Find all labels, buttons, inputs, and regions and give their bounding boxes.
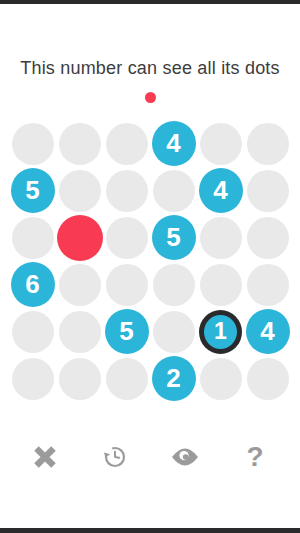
cell-r4c4[interactable]: [150, 261, 197, 308]
cell-r4c2[interactable]: [56, 261, 103, 308]
cell-r1c4[interactable]: 4: [150, 120, 197, 167]
empty-dot: [12, 358, 54, 400]
number-dot-6: 6: [11, 262, 55, 307]
puzzle-instruction: This number can see all its dots: [0, 58, 300, 79]
cell-r4c3[interactable]: [103, 261, 150, 308]
cell-r5c3[interactable]: 5: [103, 308, 150, 355]
toolbar: ?: [30, 442, 270, 472]
empty-dot: [200, 217, 242, 259]
empty-dot: [200, 358, 242, 400]
cell-r2c1[interactable]: 5: [9, 167, 56, 214]
empty-dot: [106, 264, 148, 306]
cell-r2c4[interactable]: [150, 167, 197, 214]
reveal-button[interactable]: [170, 442, 200, 472]
empty-dot: [153, 170, 195, 212]
empty-dot: [200, 264, 242, 306]
cell-r1c3[interactable]: [103, 120, 150, 167]
number-dot-5: 5: [11, 168, 55, 213]
cell-r1c2[interactable]: [56, 120, 103, 167]
cell-r6c3[interactable]: [103, 355, 150, 402]
cell-r1c6[interactable]: [244, 120, 291, 167]
board-grid: 454565142: [9, 120, 291, 402]
empty-dot: [106, 170, 148, 212]
empty-dot: [12, 217, 54, 259]
cell-r5c5[interactable]: 1: [197, 308, 244, 355]
empty-dot: [59, 123, 101, 165]
bottom-bar: [0, 528, 300, 533]
question-mark-icon: ?: [246, 443, 263, 471]
cell-r3c2[interactable]: [56, 214, 103, 261]
undo-button[interactable]: [100, 442, 130, 472]
cell-r5c6[interactable]: 4: [244, 308, 291, 355]
empty-dot: [247, 358, 289, 400]
cell-r2c2[interactable]: [56, 167, 103, 214]
cell-r1c5[interactable]: [197, 120, 244, 167]
close-icon: [33, 445, 57, 469]
empty-dot: [59, 311, 101, 353]
empty-dot: [12, 311, 54, 353]
cell-r3c1[interactable]: [9, 214, 56, 261]
empty-dot: [106, 358, 148, 400]
empty-dot: [12, 123, 54, 165]
cell-r3c3[interactable]: [103, 214, 150, 261]
cell-r2c3[interactable]: [103, 167, 150, 214]
top-bar: [0, 0, 300, 4]
empty-dot: [247, 123, 289, 165]
cell-r5c2[interactable]: [56, 308, 103, 355]
red-dot: [57, 215, 103, 261]
empty-dot: [59, 264, 101, 306]
help-button[interactable]: ?: [240, 442, 270, 472]
cell-r6c4[interactable]: 2: [150, 355, 197, 402]
empty-dot: [200, 123, 242, 165]
empty-dot: [153, 264, 195, 306]
number-dot-4: 4: [152, 121, 196, 166]
cell-r4c1[interactable]: 6: [9, 261, 56, 308]
cell-r6c6[interactable]: [244, 355, 291, 402]
number-dot-5: 5: [105, 309, 149, 354]
empty-dot: [247, 170, 289, 212]
hint-dot: [145, 92, 156, 103]
eye-icon: [171, 447, 199, 467]
number-dot-4: 4: [246, 309, 290, 354]
empty-dot: [247, 217, 289, 259]
number-dot-2: 2: [152, 356, 196, 401]
cell-r1c1[interactable]: [9, 120, 56, 167]
empty-dot: [59, 170, 101, 212]
cell-r2c6[interactable]: [244, 167, 291, 214]
empty-dot: [153, 311, 195, 353]
empty-dot: [106, 123, 148, 165]
cell-r4c5[interactable]: [197, 261, 244, 308]
empty-dot: [106, 217, 148, 259]
cell-r4c6[interactable]: [244, 261, 291, 308]
number-dot-4: 4: [199, 168, 243, 213]
cell-r2c5[interactable]: 4: [197, 167, 244, 214]
cell-r6c2[interactable]: [56, 355, 103, 402]
cell-r5c4[interactable]: [150, 308, 197, 355]
empty-dot: [247, 264, 289, 306]
empty-dot: [59, 358, 101, 400]
number-dot-5: 5: [152, 215, 196, 260]
cell-r6c5[interactable]: [197, 355, 244, 402]
cell-r5c1[interactable]: [9, 308, 56, 355]
close-button[interactable]: [30, 442, 60, 472]
cell-r6c1[interactable]: [9, 355, 56, 402]
selected-number-dot-1: 1: [199, 310, 242, 354]
cell-r3c5[interactable]: [197, 214, 244, 261]
game-screen: This number can see all its dots 4545651…: [0, 0, 300, 533]
cell-r3c6[interactable]: [244, 214, 291, 261]
undo-history-icon: [102, 444, 128, 470]
cell-r3c4[interactable]: 5: [150, 214, 197, 261]
